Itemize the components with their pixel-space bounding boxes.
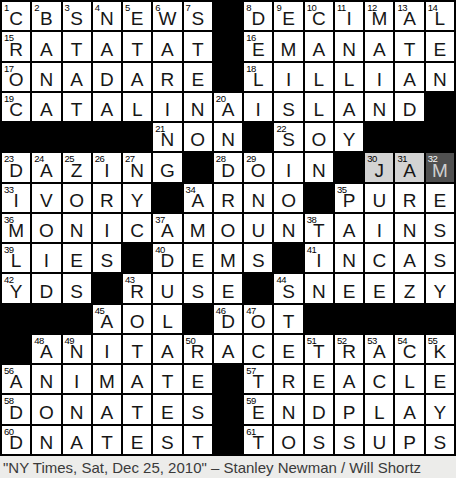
grid-cell[interactable]: 41I bbox=[305, 244, 333, 272]
cell-letter: A bbox=[63, 433, 91, 453]
cell-letter: N bbox=[32, 70, 60, 90]
grid-cell[interactable]: 3S bbox=[63, 2, 91, 30]
cell-letter: N bbox=[244, 191, 272, 211]
cell-letter: D bbox=[214, 312, 242, 332]
grid-cell[interactable]: A bbox=[153, 335, 181, 363]
cell-letter: T bbox=[274, 312, 302, 332]
cell-letter: L bbox=[305, 70, 333, 90]
grid-cell[interactable]: A bbox=[395, 395, 423, 423]
grid-cell[interactable]: I bbox=[153, 93, 181, 121]
grid-cell[interactable]: E bbox=[63, 244, 91, 272]
cell-letter: O bbox=[123, 312, 151, 332]
cell-letter: I bbox=[365, 221, 393, 241]
grid-cell[interactable]: N bbox=[63, 395, 91, 423]
cell-letter: A bbox=[63, 70, 91, 90]
grid-cell[interactable]: N bbox=[305, 274, 333, 302]
cell-letter: L bbox=[365, 403, 393, 423]
grid-cell[interactable]: 10C bbox=[305, 2, 333, 30]
cell-letter: A bbox=[214, 100, 242, 120]
cell-letter: M bbox=[274, 40, 302, 60]
grid-cell[interactable]: D bbox=[93, 63, 121, 91]
grid-cell[interactable]: A bbox=[32, 32, 60, 60]
grid-cell[interactable]: 42Y bbox=[2, 274, 30, 302]
grid-cell[interactable]: M bbox=[184, 214, 212, 242]
grid-cell[interactable]: N bbox=[184, 93, 212, 121]
grid-cell[interactable]: T bbox=[63, 93, 91, 121]
cell-letter: R bbox=[335, 342, 363, 362]
cell-letter: C bbox=[365, 251, 393, 271]
grid-cell[interactable]: O bbox=[63, 184, 91, 212]
grid-cell[interactable]: 22S bbox=[274, 123, 302, 151]
grid-cell[interactable]: T bbox=[123, 395, 151, 423]
grid-cell[interactable]: S bbox=[244, 244, 272, 272]
grid-cell[interactable]: 47O bbox=[244, 305, 272, 333]
grid-cell[interactable]: T bbox=[123, 335, 151, 363]
grid-cell[interactable]: E bbox=[184, 63, 212, 91]
grid-cell[interactable]: S bbox=[426, 426, 454, 454]
grid-cell[interactable]: N bbox=[335, 244, 363, 272]
grid-cell[interactable]: L bbox=[395, 365, 423, 393]
grid-cell[interactable]: N bbox=[335, 32, 363, 60]
grid-cell[interactable]: E bbox=[184, 365, 212, 393]
cell-letter: T bbox=[153, 372, 181, 392]
cell-letter: E bbox=[244, 40, 272, 60]
grid-cell[interactable]: O bbox=[274, 184, 302, 212]
cell-letter: L bbox=[153, 312, 181, 332]
grid-cell[interactable]: R bbox=[153, 63, 181, 91]
grid-cell[interactable]: 29O bbox=[244, 153, 272, 181]
cell-letter: O bbox=[274, 433, 302, 453]
black-square bbox=[214, 32, 242, 60]
cell-letter: I bbox=[244, 100, 272, 120]
grid-cell[interactable]: L bbox=[335, 63, 363, 91]
grid-cell[interactable]: N bbox=[274, 214, 302, 242]
grid-cell[interactable]: 21N bbox=[153, 123, 181, 151]
grid-cell[interactable]: D bbox=[32, 274, 60, 302]
grid-cell[interactable]: 6W bbox=[153, 2, 181, 30]
cell-letter: S bbox=[63, 282, 91, 302]
cell-letter: O bbox=[244, 312, 272, 332]
cell-letter: S bbox=[93, 251, 121, 271]
cell-letter: N bbox=[305, 282, 333, 302]
grid-cell[interactable]: 58D bbox=[2, 395, 30, 423]
cell-letter: J bbox=[365, 161, 393, 181]
grid-cell[interactable]: Z bbox=[395, 274, 423, 302]
grid-cell[interactable]: A bbox=[335, 214, 363, 242]
grid-cell[interactable]: N bbox=[214, 123, 242, 151]
grid-cell[interactable]: V bbox=[32, 184, 60, 212]
grid-cell[interactable]: R bbox=[214, 184, 242, 212]
grid-cell[interactable]: I bbox=[63, 365, 91, 393]
grid-cell[interactable]: N bbox=[426, 63, 454, 91]
cell-letter: B bbox=[32, 9, 60, 29]
cell-letter: O bbox=[63, 191, 91, 211]
grid-cell[interactable]: E bbox=[184, 244, 212, 272]
grid-cell[interactable]: Y bbox=[123, 184, 151, 212]
grid-cell[interactable]: 38T bbox=[305, 214, 333, 242]
grid-cell[interactable]: S bbox=[305, 426, 333, 454]
grid-cell[interactable]: I bbox=[93, 214, 121, 242]
cell-letter: Y bbox=[2, 282, 30, 302]
cell-letter: A bbox=[214, 342, 242, 362]
grid-cell[interactable]: Y bbox=[426, 395, 454, 423]
grid-cell[interactable]: 39L bbox=[2, 244, 30, 272]
grid-cell[interactable]: A bbox=[335, 93, 363, 121]
grid-cell[interactable]: I bbox=[274, 63, 302, 91]
black-square bbox=[2, 305, 30, 333]
grid-cell[interactable]: E bbox=[123, 426, 151, 454]
cell-letter: A bbox=[395, 251, 423, 271]
grid-cell[interactable]: 19C bbox=[2, 93, 30, 121]
grid-cell[interactable]: Y bbox=[426, 274, 454, 302]
cell-letter: E bbox=[426, 372, 454, 392]
cell-letter: N bbox=[274, 221, 302, 241]
black-square bbox=[153, 184, 181, 212]
cell-letter: N bbox=[63, 221, 91, 241]
grid-cell[interactable]: 23D bbox=[2, 153, 30, 181]
cell-letter: N bbox=[63, 342, 91, 362]
grid-cell[interactable]: 8D bbox=[244, 2, 272, 30]
grid-cell[interactable]: A bbox=[395, 244, 423, 272]
cell-letter: E bbox=[335, 282, 363, 302]
cell-letter: A bbox=[305, 40, 333, 60]
grid-cell[interactable]: E bbox=[335, 274, 363, 302]
cell-letter: R bbox=[153, 70, 181, 90]
black-square bbox=[63, 123, 91, 151]
grid-cell[interactable]: N bbox=[32, 365, 60, 393]
cell-letter: A bbox=[123, 372, 151, 392]
grid-cell[interactable]: O bbox=[32, 214, 60, 242]
cell-letter: R bbox=[214, 191, 242, 211]
grid-cell[interactable]: 15R bbox=[2, 32, 30, 60]
cell-letter: P bbox=[395, 433, 423, 453]
cell-letter: M bbox=[365, 9, 393, 29]
grid-cell[interactable]: D bbox=[305, 395, 333, 423]
grid-cell[interactable]: T bbox=[123, 32, 151, 60]
black-square bbox=[335, 153, 363, 181]
cell-letter: D bbox=[395, 100, 423, 120]
cell-letter: E bbox=[123, 9, 151, 29]
grid-cell[interactable]: O bbox=[123, 305, 151, 333]
highlighted-cell[interactable]: 31A bbox=[395, 153, 423, 181]
grid-cell[interactable]: C bbox=[123, 214, 151, 242]
black-square bbox=[426, 305, 454, 333]
grid-cell[interactable]: A bbox=[153, 32, 181, 60]
grid-cell[interactable]: E bbox=[305, 365, 333, 393]
grid-cell[interactable]: 27N bbox=[123, 153, 151, 181]
grid-cell[interactable]: 37A bbox=[153, 214, 181, 242]
grid-cell[interactable]: E bbox=[153, 395, 181, 423]
grid-cell[interactable]: S bbox=[93, 244, 121, 272]
grid-cell[interactable]: 35P bbox=[335, 184, 363, 212]
cell-letter: M bbox=[93, 372, 121, 392]
grid-cell[interactable]: 57T bbox=[244, 365, 272, 393]
black-square bbox=[305, 184, 333, 212]
cell-letter: O bbox=[184, 130, 212, 150]
grid-cell[interactable]: 5E bbox=[123, 2, 151, 30]
grid-cell[interactable]: 53A bbox=[365, 335, 393, 363]
cell-letter: E bbox=[214, 282, 242, 302]
grid-cell[interactable]: 20A bbox=[214, 93, 242, 121]
grid-cell[interactable]: 46D bbox=[214, 305, 242, 333]
cell-letter: D bbox=[2, 161, 30, 181]
grid-cell[interactable]: N bbox=[244, 184, 272, 212]
cell-letter: N bbox=[123, 161, 151, 181]
grid-cell[interactable]: N bbox=[274, 395, 302, 423]
grid-cell[interactable]: U bbox=[365, 426, 393, 454]
grid-cell[interactable]: S bbox=[153, 426, 181, 454]
cell-letter: T bbox=[244, 433, 272, 453]
cell-letter: N bbox=[426, 70, 454, 90]
cell-letter: S bbox=[184, 282, 212, 302]
cell-letter: Y bbox=[426, 282, 454, 302]
cell-letter: S bbox=[274, 130, 302, 150]
black-square bbox=[426, 93, 454, 121]
cell-letter: I bbox=[93, 161, 121, 181]
grid-cell[interactable]: A bbox=[93, 32, 121, 60]
cell-letter: C bbox=[123, 221, 151, 241]
grid-cell[interactable]: 45A bbox=[93, 305, 121, 333]
grid-cell[interactable]: T bbox=[274, 305, 302, 333]
grid-cell[interactable]: I bbox=[244, 93, 272, 121]
cell-letter: E bbox=[426, 191, 454, 211]
cell-letter: S bbox=[274, 100, 302, 120]
cell-letter: E bbox=[184, 70, 212, 90]
grid-cell[interactable]: A bbox=[395, 63, 423, 91]
cell-letter: N bbox=[274, 403, 302, 423]
grid-cell[interactable]: N bbox=[395, 214, 423, 242]
grid-cell[interactable]: M bbox=[93, 365, 121, 393]
cell-letter: E bbox=[63, 251, 91, 271]
grid-cell[interactable]: N bbox=[32, 426, 60, 454]
cell-letter: O bbox=[214, 221, 242, 241]
grid-cell[interactable]: 25Z bbox=[63, 153, 91, 181]
cell-letter: T bbox=[305, 342, 333, 362]
grid-cell[interactable]: E bbox=[274, 335, 302, 363]
grid-cell[interactable]: 24A bbox=[32, 153, 60, 181]
grid-cell[interactable]: 36M bbox=[2, 214, 30, 242]
grid-cell[interactable]: N bbox=[305, 153, 333, 181]
grid-cell[interactable]: C bbox=[365, 244, 393, 272]
grid-cell[interactable]: S bbox=[184, 274, 212, 302]
grid-cell[interactable]: 49N bbox=[63, 335, 91, 363]
grid-cell[interactable]: T bbox=[153, 365, 181, 393]
black-square bbox=[214, 395, 242, 423]
grid-cell[interactable]: M bbox=[274, 32, 302, 60]
cell-letter: I bbox=[335, 9, 363, 29]
grid-cell[interactable]: S bbox=[335, 426, 363, 454]
grid-cell[interactable]: N bbox=[32, 63, 60, 91]
grid-cell[interactable]: A bbox=[123, 63, 151, 91]
grid-cell[interactable]: 43R bbox=[123, 274, 151, 302]
grid-cell[interactable]: 4N bbox=[93, 2, 121, 30]
grid-cell[interactable]: I bbox=[32, 244, 60, 272]
grid-cell[interactable]: T bbox=[184, 426, 212, 454]
cell-letter: S bbox=[184, 9, 212, 29]
grid-cell[interactable]: T bbox=[395, 32, 423, 60]
grid-cell[interactable]: A bbox=[305, 32, 333, 60]
grid-cell[interactable]: E bbox=[365, 274, 393, 302]
grid-cell[interactable]: 11I bbox=[335, 2, 363, 30]
grid-cell[interactable]: R bbox=[93, 184, 121, 212]
grid-cell[interactable]: I bbox=[365, 214, 393, 242]
grid-cell[interactable]: E bbox=[214, 274, 242, 302]
cell-letter: E bbox=[274, 9, 302, 29]
cell-letter: I bbox=[2, 191, 30, 211]
grid-cell[interactable]: A bbox=[63, 426, 91, 454]
grid-cell[interactable]: T bbox=[93, 426, 121, 454]
grid-cell[interactable]: O bbox=[32, 395, 60, 423]
cell-letter: I bbox=[93, 342, 121, 362]
grid-cell[interactable]: 54C bbox=[395, 335, 423, 363]
cell-letter: L bbox=[123, 100, 151, 120]
grid-cell[interactable]: P bbox=[335, 395, 363, 423]
grid-cell[interactable]: 1C bbox=[2, 2, 30, 30]
grid-cell[interactable]: 40D bbox=[153, 244, 181, 272]
grid-cell[interactable]: L bbox=[305, 93, 333, 121]
grid-cell[interactable]: S bbox=[63, 274, 91, 302]
grid-cell[interactable]: 28D bbox=[214, 153, 242, 181]
grid-cell[interactable]: T bbox=[63, 32, 91, 60]
highlighted-cell[interactable]: 30J bbox=[365, 153, 393, 181]
cell-letter: L bbox=[2, 251, 30, 271]
cell-letter: I bbox=[274, 161, 302, 181]
grid-cell[interactable]: 52R bbox=[335, 335, 363, 363]
cell-letter: R bbox=[274, 372, 302, 392]
grid-cell[interactable]: R bbox=[395, 184, 423, 212]
grid-cell[interactable]: D bbox=[395, 93, 423, 121]
grid-cell[interactable]: S bbox=[426, 214, 454, 242]
grid-cell[interactable]: L bbox=[365, 395, 393, 423]
grid-cell[interactable]: P bbox=[395, 426, 423, 454]
cell-letter: S bbox=[305, 433, 333, 453]
grid-cell[interactable]: U bbox=[244, 214, 272, 242]
grid-cell[interactable]: 34A bbox=[184, 184, 212, 212]
cell-letter: A bbox=[93, 100, 121, 120]
grid-cell[interactable]: G bbox=[153, 153, 181, 181]
cursor-cell[interactable]: 32M bbox=[426, 153, 454, 181]
grid-cell[interactable]: 12M bbox=[365, 2, 393, 30]
cell-letter: M bbox=[184, 221, 212, 241]
grid-cell[interactable]: 59E bbox=[244, 395, 272, 423]
grid-cell[interactable]: A bbox=[365, 32, 393, 60]
grid-cell[interactable]: E bbox=[426, 32, 454, 60]
cell-letter: N bbox=[93, 9, 121, 29]
grid-cell[interactable]: L bbox=[305, 63, 333, 91]
grid-cell[interactable]: O bbox=[305, 123, 333, 151]
grid-cell[interactable]: N bbox=[365, 93, 393, 121]
grid-cell[interactable]: 61T bbox=[244, 426, 272, 454]
cell-letter: A bbox=[32, 100, 60, 120]
grid-cell[interactable]: R bbox=[274, 365, 302, 393]
grid-cell[interactable]: T bbox=[184, 32, 212, 60]
grid-cell[interactable]: A bbox=[214, 335, 242, 363]
grid-cell[interactable]: A bbox=[123, 365, 151, 393]
cell-letter: S bbox=[426, 251, 454, 271]
grid-cell[interactable]: I bbox=[365, 63, 393, 91]
grid-cell[interactable]: I bbox=[274, 153, 302, 181]
cell-letter: C bbox=[244, 342, 272, 362]
cell-letter: A bbox=[153, 40, 181, 60]
grid-cell[interactable]: 16E bbox=[244, 32, 272, 60]
cell-letter: T bbox=[305, 221, 333, 241]
cell-letter: E bbox=[274, 342, 302, 362]
grid-cell[interactable]: 48A bbox=[32, 335, 60, 363]
cell-letter: S bbox=[426, 221, 454, 241]
grid-cell[interactable]: U bbox=[153, 274, 181, 302]
cell-letter: R bbox=[2, 40, 30, 60]
grid-cell[interactable]: 51T bbox=[305, 335, 333, 363]
grid-cell[interactable]: C bbox=[365, 365, 393, 393]
grid-cell[interactable]: 26I bbox=[93, 153, 121, 181]
grid-cell[interactable]: 56A bbox=[2, 365, 30, 393]
grid-cell[interactable]: O bbox=[214, 214, 242, 242]
grid-cell[interactable]: C bbox=[244, 335, 272, 363]
cell-letter: A bbox=[153, 221, 181, 241]
cell-letter: K bbox=[426, 342, 454, 362]
cell-letter: N bbox=[63, 403, 91, 423]
grid-cell[interactable]: E bbox=[426, 184, 454, 212]
grid-cell[interactable]: 18L bbox=[244, 63, 272, 91]
grid-cell[interactable]: 17O bbox=[2, 63, 30, 91]
cell-letter: N bbox=[184, 100, 212, 120]
grid-cell[interactable]: 44S bbox=[274, 274, 302, 302]
grid-cell[interactable]: 13A bbox=[395, 2, 423, 30]
grid-cell[interactable]: S bbox=[426, 244, 454, 272]
grid-cell[interactable]: 2B bbox=[32, 2, 60, 30]
black-square bbox=[214, 426, 242, 454]
cell-letter: M bbox=[426, 161, 454, 181]
grid-cell[interactable]: S bbox=[184, 395, 212, 423]
grid-cell[interactable]: L bbox=[123, 93, 151, 121]
grid-cell[interactable]: 50R bbox=[184, 335, 212, 363]
cell-letter: A bbox=[395, 403, 423, 423]
grid-cell[interactable]: 14L bbox=[426, 2, 454, 30]
grid-cell[interactable]: U bbox=[365, 184, 393, 212]
grid-cell[interactable]: A bbox=[335, 365, 363, 393]
cell-letter: O bbox=[32, 221, 60, 241]
cell-letter: A bbox=[32, 40, 60, 60]
grid-cell[interactable]: O bbox=[184, 123, 212, 151]
grid-cell[interactable]: 33I bbox=[2, 184, 30, 212]
cell-letter: R bbox=[184, 342, 212, 362]
black-square bbox=[184, 153, 212, 181]
grid-cell[interactable]: S bbox=[274, 93, 302, 121]
grid-cell[interactable]: A bbox=[32, 93, 60, 121]
grid-cell[interactable]: 60D bbox=[2, 426, 30, 454]
grid-cell[interactable]: I bbox=[93, 335, 121, 363]
grid-cell[interactable]: L bbox=[153, 305, 181, 333]
grid-cell[interactable]: M bbox=[214, 244, 242, 272]
grid-cell[interactable]: A bbox=[93, 93, 121, 121]
grid-cell[interactable]: Y bbox=[335, 123, 363, 151]
grid-cell[interactable]: 7S bbox=[184, 2, 212, 30]
grid-cell[interactable]: E bbox=[426, 365, 454, 393]
cell-letter: A bbox=[365, 40, 393, 60]
grid-cell[interactable]: 9E bbox=[274, 2, 302, 30]
grid-cell[interactable]: 55K bbox=[426, 335, 454, 363]
cell-letter: I bbox=[365, 70, 393, 90]
cell-letter: S bbox=[184, 403, 212, 423]
grid-cell[interactable]: N bbox=[63, 214, 91, 242]
black-square bbox=[395, 305, 423, 333]
cell-letter: D bbox=[305, 403, 333, 423]
black-square bbox=[32, 123, 60, 151]
grid-cell[interactable]: A bbox=[93, 395, 121, 423]
cell-letter: T bbox=[123, 40, 151, 60]
grid-cell[interactable]: A bbox=[63, 63, 91, 91]
grid-cell[interactable]: O bbox=[274, 426, 302, 454]
